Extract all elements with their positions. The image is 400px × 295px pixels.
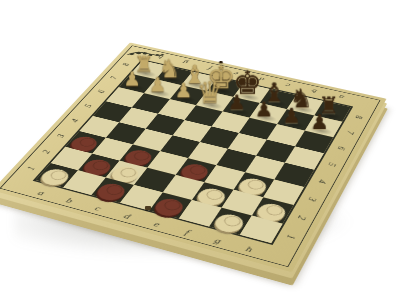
black-pawn-g7[interactable]: ♟	[277, 106, 306, 127]
white-pawn-b7[interactable]: ♟	[144, 75, 172, 95]
white-pawn-a7[interactable]: ♟	[118, 70, 146, 90]
white-queen-d7[interactable]: ♛	[196, 78, 225, 108]
cream-checker-a1[interactable]: ●	[36, 163, 79, 187]
black-pawn-h7[interactable]: ♟	[305, 112, 335, 133]
rank-label-right-5: 5	[314, 155, 351, 175]
black-pawn-e7[interactable]: ♟	[222, 93, 251, 113]
clasp-latch-icon	[145, 206, 151, 210]
square-g1[interactable]: ●	[209, 208, 252, 235]
square-a1[interactable]: ●	[36, 163, 79, 187]
cream-checker-g1[interactable]: ●	[209, 208, 252, 235]
rank-label-right-7: 7	[333, 123, 369, 142]
photo-scene: abcdefgh abcdefgh 12345678 12345678 ♜♞♝♚…	[0, 0, 400, 295]
white-pawn-c7[interactable]: ♟	[169, 81, 198, 101]
black-pawn-f7[interactable]: ♟	[249, 99, 278, 119]
